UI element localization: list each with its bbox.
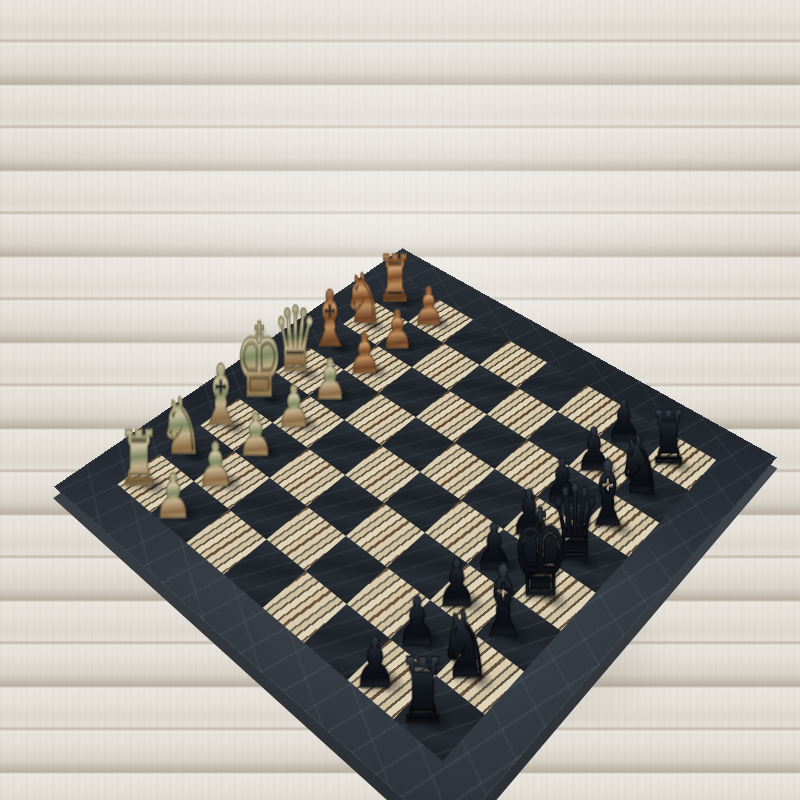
pawn-glyph: ♟: [197, 436, 233, 492]
pawn-glyph: ♟: [353, 629, 396, 695]
bishop-glyph: ♝: [199, 357, 242, 435]
scene: ♜♟♟♜♞♟♟♞♝♟♟♝♛♟♟♛♚♟♟♚♝♟♟♝♞♟♟♞♜♟♟♜: [0, 0, 800, 800]
knight-glyph: ♞: [159, 392, 203, 465]
pawn-glyph: ♟: [313, 353, 347, 405]
pawn-glyph: ♟: [154, 467, 192, 525]
rook-glyph: ♜: [397, 649, 448, 735]
pawn-glyph: ♟: [413, 282, 444, 330]
pawn-glyph: ♟: [381, 305, 413, 354]
pawn-glyph: ♟: [348, 328, 381, 379]
rook-glyph: ♜: [117, 424, 159, 495]
pawn-glyph: ♟: [238, 407, 274, 462]
pawn-glyph: ♟: [276, 379, 311, 432]
